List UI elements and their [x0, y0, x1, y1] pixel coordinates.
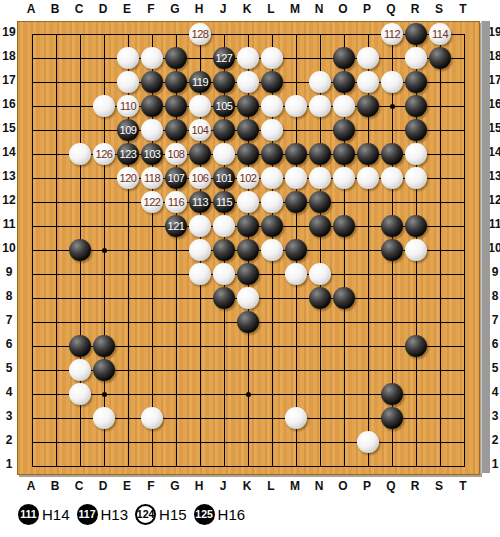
column-label-bottom-D: D [93, 479, 113, 493]
column-label-bottom-M: M [285, 479, 305, 493]
caption-point-label: H13 [101, 506, 129, 523]
white-stone-J11[interactable] [213, 215, 235, 237]
black-stone-R15[interactable] [405, 119, 427, 141]
white-stone-H9[interactable] [189, 263, 211, 285]
black-stone-J18[interactable]: 127 [213, 47, 235, 69]
black-stone-G18[interactable] [165, 47, 187, 69]
move-number-105: 105 [213, 95, 235, 117]
black-stone-O15[interactable] [333, 119, 355, 141]
black-stone-O11[interactable] [333, 215, 355, 237]
row-label-left-11: 11 [0, 217, 18, 231]
black-stone-K15[interactable] [237, 119, 259, 141]
black-stone-H14[interactable] [189, 143, 211, 165]
column-label-top-N: N [309, 2, 329, 16]
black-stone-O14[interactable] [333, 143, 355, 165]
black-stone-R16[interactable] [405, 95, 427, 117]
white-stone-G14[interactable]: 108 [165, 143, 187, 165]
black-stone-R11[interactable] [405, 215, 427, 237]
row-label-left-14: 14 [0, 145, 18, 159]
move-number-120: 120 [117, 167, 139, 189]
white-stone-C4[interactable] [69, 383, 91, 405]
caption-item-111: 111H14 [18, 504, 70, 525]
star-point-D10 [102, 248, 107, 253]
caption-black-stone-111: 111 [18, 504, 39, 525]
caption-point-label: H15 [159, 506, 187, 523]
black-stone-J17[interactable] [213, 71, 235, 93]
black-stone-L11[interactable] [261, 215, 283, 237]
black-stone-J10[interactable] [213, 239, 235, 261]
column-label-top-B: B [45, 2, 65, 16]
black-stone-K11[interactable] [237, 215, 259, 237]
white-stone-J14[interactable] [213, 143, 235, 165]
white-stone-C14[interactable] [69, 143, 91, 165]
black-stone-F14[interactable]: 103 [141, 143, 163, 165]
black-stone-J8[interactable] [213, 287, 235, 309]
row-label-left-6: 6 [0, 337, 18, 351]
column-label-top-M: M [285, 2, 305, 16]
column-label-bottom-C: C [69, 479, 89, 493]
row-label-left-15: 15 [0, 121, 18, 135]
row-label-left-9: 9 [0, 265, 18, 279]
white-stone-C5[interactable] [69, 359, 91, 381]
white-stone-H11[interactable] [189, 215, 211, 237]
white-stone-J9[interactable] [213, 263, 235, 285]
column-label-top-K: K [237, 2, 257, 16]
black-stone-D6[interactable] [93, 335, 115, 357]
white-stone-R18[interactable] [405, 47, 427, 69]
white-stone-N13[interactable] [309, 167, 331, 189]
column-label-bottom-A: A [21, 479, 41, 493]
column-label-bottom-N: N [309, 479, 329, 493]
column-label-top-P: P [357, 2, 377, 16]
black-stone-K10[interactable] [237, 239, 259, 261]
black-stone-O17[interactable] [333, 71, 355, 93]
white-stone-R14[interactable] [405, 143, 427, 165]
white-stone-L13[interactable] [261, 167, 283, 189]
black-stone-R19[interactable] [405, 23, 427, 45]
move-number-106: 106 [189, 167, 211, 189]
white-stone-L18[interactable] [261, 47, 283, 69]
black-stone-M10[interactable] [285, 239, 307, 261]
white-stone-K8[interactable] [237, 287, 259, 309]
black-stone-M14[interactable] [285, 143, 307, 165]
white-stone-O16[interactable] [333, 95, 355, 117]
white-stone-Q19[interactable]: 112 [381, 23, 403, 45]
column-label-bottom-H: H [189, 479, 209, 493]
column-label-bottom-G: G [165, 479, 185, 493]
row-label-left-2: 2 [0, 433, 18, 447]
row-label-left-10: 10 [0, 241, 18, 255]
white-stone-H15[interactable]: 104 [189, 119, 211, 141]
move-number-104: 104 [189, 119, 211, 141]
white-stone-F12[interactable]: 122 [141, 191, 163, 213]
black-stone-E15[interactable]: 109 [117, 119, 139, 141]
row-label-left-7: 7 [0, 313, 18, 327]
caption-black-stone-117: 117 [77, 504, 98, 525]
row-label-left-4: 4 [0, 385, 18, 399]
white-stone-M3[interactable] [285, 407, 307, 429]
black-stone-G15[interactable] [165, 119, 187, 141]
white-stone-M13[interactable] [285, 167, 307, 189]
row-label-left-19: 19 [0, 25, 18, 39]
black-stone-D5[interactable] [93, 359, 115, 381]
column-label-bottom-B: B [45, 479, 65, 493]
white-stone-E18[interactable] [117, 47, 139, 69]
column-label-top-H: H [189, 2, 209, 16]
white-stone-O13[interactable] [333, 167, 355, 189]
row-label-left-5: 5 [0, 361, 18, 375]
white-stone-Q17[interactable] [381, 71, 403, 93]
black-stone-K14[interactable] [237, 143, 259, 165]
column-label-top-O: O [333, 2, 353, 16]
move-number-109: 109 [117, 119, 139, 141]
caption-black-stone-125: 125 [194, 504, 215, 525]
column-label-bottom-P: P [357, 479, 377, 493]
move-number-118: 118 [141, 167, 163, 189]
move-number-101: 101 [213, 167, 235, 189]
column-label-top-A: A [21, 2, 41, 16]
move-number-123: 123 [117, 143, 139, 165]
black-stone-O18[interactable] [333, 47, 355, 69]
row-label-left-13: 13 [0, 169, 18, 183]
column-label-bottom-E: E [117, 479, 137, 493]
move-number-114: 114 [429, 23, 451, 45]
black-stone-O8[interactable] [333, 287, 355, 309]
white-stone-D3[interactable] [93, 407, 115, 429]
white-stone-H13[interactable]: 106 [189, 167, 211, 189]
column-label-top-L: L [261, 2, 281, 16]
row-label-left-12: 12 [0, 193, 18, 207]
black-stone-F16[interactable] [141, 95, 163, 117]
black-stone-G13[interactable]: 107 [165, 167, 187, 189]
black-stone-K9[interactable] [237, 263, 259, 285]
black-stone-Q3[interactable] [381, 407, 403, 429]
white-stone-M9[interactable] [285, 263, 307, 285]
white-stone-H19[interactable]: 128 [189, 23, 211, 45]
white-stone-L10[interactable] [261, 239, 283, 261]
move-number-113: 113 [189, 191, 211, 213]
column-label-bottom-K: K [237, 479, 257, 493]
column-label-top-Q: Q [381, 2, 401, 16]
white-stone-R13[interactable] [405, 167, 427, 189]
column-label-top-D: D [93, 2, 113, 16]
black-stone-R6[interactable] [405, 335, 427, 357]
column-label-top-S: S [429, 2, 449, 16]
black-stone-E14[interactable]: 123 [117, 143, 139, 165]
row-label-left-1: 1 [0, 457, 18, 471]
column-label-top-R: R [405, 2, 425, 16]
move-number-107: 107 [165, 167, 187, 189]
black-stone-Q11[interactable] [381, 215, 403, 237]
black-stone-Q4[interactable] [381, 383, 403, 405]
move-number-116: 116 [165, 191, 187, 213]
go-kifu-viewer: ABCDEFGHJKLMNOPQRST ABCDEFGHJKLMNOPQRST … [0, 0, 500, 537]
white-stone-L12[interactable] [261, 191, 283, 213]
black-stone-H17[interactable]: 119 [189, 71, 211, 93]
row-label-left-16: 16 [0, 97, 18, 111]
white-stone-N17[interactable] [309, 71, 331, 93]
column-label-bottom-Q: Q [381, 479, 401, 493]
black-stone-N14[interactable] [309, 143, 331, 165]
white-stone-K12[interactable] [237, 191, 259, 213]
column-label-bottom-L: L [261, 479, 281, 493]
black-stone-H12[interactable]: 113 [189, 191, 211, 213]
black-stone-P14[interactable] [357, 143, 379, 165]
white-stone-P2[interactable] [357, 431, 379, 453]
caption-point-label: H16 [218, 506, 246, 523]
relocated-moves-caption: 111H14117H13124H15125H16 [18, 502, 252, 526]
white-stone-Q13[interactable] [381, 167, 403, 189]
column-label-bottom-R: R [405, 479, 425, 493]
white-stone-D14[interactable]: 126 [93, 143, 115, 165]
column-label-top-F: F [141, 2, 161, 16]
white-stone-P17[interactable] [357, 71, 379, 93]
white-stone-K13[interactable]: 102 [237, 167, 259, 189]
move-number-122: 122 [141, 191, 163, 213]
black-stone-M12[interactable] [285, 191, 307, 213]
row-label-left-18: 18 [0, 49, 18, 63]
row-label-left-17: 17 [0, 73, 18, 87]
white-stone-K17[interactable] [237, 71, 259, 93]
row-label-left-8: 8 [0, 289, 18, 303]
caption-item-117: 117H13 [77, 504, 129, 525]
star-point-Q16 [390, 104, 395, 109]
move-number-112: 112 [381, 23, 403, 45]
move-number-121: 121 [165, 215, 187, 237]
white-stone-R10[interactable] [405, 239, 427, 261]
move-number-127: 127 [213, 47, 235, 69]
black-stone-N11[interactable] [309, 215, 331, 237]
white-stone-E13[interactable]: 120 [117, 167, 139, 189]
caption-point-label: H14 [42, 506, 70, 523]
black-stone-S18[interactable] [429, 47, 451, 69]
black-stone-G17[interactable] [165, 71, 187, 93]
column-label-top-G: G [165, 2, 185, 16]
white-stone-P13[interactable] [357, 167, 379, 189]
star-point-D4 [102, 392, 107, 397]
move-number-103: 103 [141, 143, 163, 165]
move-number-119: 119 [189, 71, 211, 93]
go-board[interactable]: 1281121141271191101051091041261231031081… [17, 21, 480, 475]
column-label-top-E: E [117, 2, 137, 16]
black-stone-C6[interactable] [69, 335, 91, 357]
black-stone-N12[interactable] [309, 191, 331, 213]
column-label-top-C: C [69, 2, 89, 16]
white-stone-H16[interactable] [189, 95, 211, 117]
column-label-bottom-F: F [141, 479, 161, 493]
white-stone-G12[interactable]: 116 [165, 191, 187, 213]
white-stone-L16[interactable] [261, 95, 283, 117]
black-stone-Q10[interactable] [381, 239, 403, 261]
move-number-108: 108 [165, 143, 187, 165]
star-point-K4 [246, 392, 251, 397]
column-label-top-T: T [453, 2, 473, 16]
black-stone-J13[interactable]: 101 [213, 167, 235, 189]
white-stone-N9[interactable] [309, 263, 331, 285]
white-stone-D16[interactable] [93, 95, 115, 117]
move-number-110: 110 [117, 95, 139, 117]
move-number-128: 128 [189, 23, 211, 45]
column-label-bottom-J: J [213, 479, 233, 493]
white-stone-F13[interactable]: 118 [141, 167, 163, 189]
white-stone-M16[interactable] [285, 95, 307, 117]
move-number-115: 115 [213, 191, 235, 213]
black-stone-F17[interactable] [141, 71, 163, 93]
column-label-top-J: J [213, 2, 233, 16]
move-number-102: 102 [237, 167, 259, 189]
white-stone-K18[interactable] [237, 47, 259, 69]
white-stone-H10[interactable] [189, 239, 211, 261]
black-stone-G11[interactable]: 121 [165, 215, 187, 237]
white-stone-P18[interactable] [357, 47, 379, 69]
black-stone-K16[interactable] [237, 95, 259, 117]
black-stone-L17[interactable] [261, 71, 283, 93]
black-stone-P16[interactable] [357, 95, 379, 117]
white-stone-F15[interactable] [141, 119, 163, 141]
black-stone-Q14[interactable] [381, 143, 403, 165]
white-stone-E17[interactable] [117, 71, 139, 93]
caption-item-124: 124H15 [135, 504, 187, 525]
white-stone-N16[interactable] [309, 95, 331, 117]
black-stone-J12[interactable]: 115 [213, 191, 235, 213]
column-label-bottom-S: S [429, 479, 449, 493]
black-stone-L14[interactable] [261, 143, 283, 165]
black-stone-J15[interactable] [213, 119, 235, 141]
black-stone-N8[interactable] [309, 287, 331, 309]
black-stone-G16[interactable] [165, 95, 187, 117]
white-stone-S19[interactable]: 114 [429, 23, 451, 45]
white-stone-F3[interactable] [141, 407, 163, 429]
black-stone-R17[interactable] [405, 71, 427, 93]
black-stone-C10[interactable] [69, 239, 91, 261]
row-label-left-3: 3 [0, 409, 18, 423]
column-label-bottom-T: T [453, 479, 473, 493]
white-stone-L15[interactable] [261, 119, 283, 141]
white-stone-F18[interactable] [141, 47, 163, 69]
vertical-scrollbar[interactable] [481, 21, 490, 473]
move-number-126: 126 [93, 143, 115, 165]
black-stone-J16[interactable]: 105 [213, 95, 235, 117]
black-stone-K7[interactable] [237, 311, 259, 333]
white-stone-E16[interactable]: 110 [117, 95, 139, 117]
caption-item-125: 125H16 [194, 504, 246, 525]
caption-white-stone-124: 124 [135, 504, 156, 525]
column-label-bottom-O: O [333, 479, 353, 493]
